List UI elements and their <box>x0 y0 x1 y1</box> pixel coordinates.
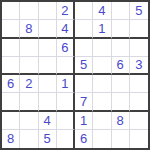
cell-r8-c2[interactable] <box>20 130 38 148</box>
cell-r4-c8[interactable]: 3 <box>130 57 148 75</box>
given-digit: 5 <box>135 4 142 17</box>
cell-r4-c5[interactable]: 5 <box>75 57 93 75</box>
cell-r8-c1[interactable]: 8 <box>2 130 20 148</box>
cell-r6-c8[interactable] <box>130 93 148 111</box>
given-digit: 6 <box>61 41 68 54</box>
cell-r1-c8[interactable]: 5 <box>130 2 148 20</box>
cell-r4-c4[interactable] <box>57 57 75 75</box>
given-digit: 1 <box>61 77 68 90</box>
cell-r1-c5[interactable] <box>75 2 93 20</box>
given-digit: 3 <box>135 58 142 71</box>
cell-r4-c7[interactable]: 6 <box>112 57 130 75</box>
cell-r7-c3[interactable]: 4 <box>39 112 57 130</box>
cell-r2-c8[interactable] <box>130 20 148 38</box>
cell-r3-c3[interactable] <box>39 39 57 57</box>
cell-r5-c5[interactable] <box>75 75 93 93</box>
cell-r7-c4[interactable] <box>57 112 75 130</box>
cell-r2-c2[interactable]: 8 <box>20 20 38 38</box>
cell-r3-c4[interactable]: 6 <box>57 39 75 57</box>
cell-r4-c6[interactable] <box>93 57 111 75</box>
cell-r4-c2[interactable] <box>20 57 38 75</box>
cell-r7-c2[interactable] <box>20 112 38 130</box>
cell-r2-c1[interactable] <box>2 20 20 38</box>
given-digit: 4 <box>98 4 105 17</box>
cell-r8-c5[interactable]: 6 <box>75 130 93 148</box>
cell-r5-c1[interactable]: 6 <box>2 75 20 93</box>
given-digit: 1 <box>80 114 87 127</box>
given-digit: 8 <box>7 132 14 145</box>
cell-r8-c7[interactable] <box>112 130 130 148</box>
sudoku-board: 24584165636217418856 <box>0 0 150 150</box>
cell-r5-c2[interactable]: 2 <box>20 75 38 93</box>
given-digit: 8 <box>117 114 124 127</box>
cell-r6-c7[interactable] <box>112 93 130 111</box>
cell-r5-c8[interactable] <box>130 75 148 93</box>
cell-r5-c3[interactable] <box>39 75 57 93</box>
cell-r2-c7[interactable] <box>112 20 130 38</box>
cell-r8-c6[interactable] <box>93 130 111 148</box>
given-digit: 5 <box>44 132 51 145</box>
cell-r3-c6[interactable] <box>93 39 111 57</box>
cell-r2-c3[interactable] <box>39 20 57 38</box>
cell-r7-c7[interactable]: 8 <box>112 112 130 130</box>
given-digit: 1 <box>98 22 105 35</box>
cell-r4-c3[interactable] <box>39 57 57 75</box>
cell-r5-c7[interactable] <box>112 75 130 93</box>
cell-r8-c3[interactable]: 5 <box>39 130 57 148</box>
given-digit: 6 <box>117 58 124 71</box>
cell-r1-c2[interactable] <box>20 2 38 20</box>
cell-r7-c8[interactable] <box>130 112 148 130</box>
given-digit: 4 <box>61 22 68 35</box>
given-digit: 2 <box>25 77 32 90</box>
cell-r1-c4[interactable]: 2 <box>57 2 75 20</box>
cell-r1-c1[interactable] <box>2 2 20 20</box>
cell-r4-c1[interactable] <box>2 57 20 75</box>
cell-r7-c1[interactable] <box>2 112 20 130</box>
cell-r8-c8[interactable] <box>130 130 148 148</box>
cell-r2-c4[interactable]: 4 <box>57 20 75 38</box>
given-digit: 6 <box>80 132 87 145</box>
cell-r1-c7[interactable] <box>112 2 130 20</box>
cell-r6-c3[interactable] <box>39 93 57 111</box>
cell-r6-c1[interactable] <box>2 93 20 111</box>
cell-r5-c4[interactable]: 1 <box>57 75 75 93</box>
cell-r2-c5[interactable] <box>75 20 93 38</box>
given-digit: 4 <box>44 114 51 127</box>
cell-r3-c1[interactable] <box>2 39 20 57</box>
given-digit: 7 <box>80 95 87 108</box>
cell-r1-c6[interactable]: 4 <box>93 2 111 20</box>
cell-r2-c6[interactable]: 1 <box>93 20 111 38</box>
cell-r6-c4[interactable] <box>57 93 75 111</box>
given-digit: 2 <box>61 4 68 17</box>
cell-r3-c2[interactable] <box>20 39 38 57</box>
cell-r1-c3[interactable] <box>39 2 57 20</box>
cell-r8-c4[interactable] <box>57 130 75 148</box>
cell-r7-c5[interactable]: 1 <box>75 112 93 130</box>
cell-r6-c5[interactable]: 7 <box>75 93 93 111</box>
given-digit: 8 <box>25 22 32 35</box>
cell-r3-c8[interactable] <box>130 39 148 57</box>
given-digit: 5 <box>80 58 87 71</box>
cell-r6-c6[interactable] <box>93 93 111 111</box>
cell-r5-c6[interactable] <box>93 75 111 93</box>
given-digit: 6 <box>7 77 14 90</box>
cell-r6-c2[interactable] <box>20 93 38 111</box>
cell-r3-c7[interactable] <box>112 39 130 57</box>
cell-r3-c5[interactable] <box>75 39 93 57</box>
cell-r7-c6[interactable] <box>93 112 111 130</box>
